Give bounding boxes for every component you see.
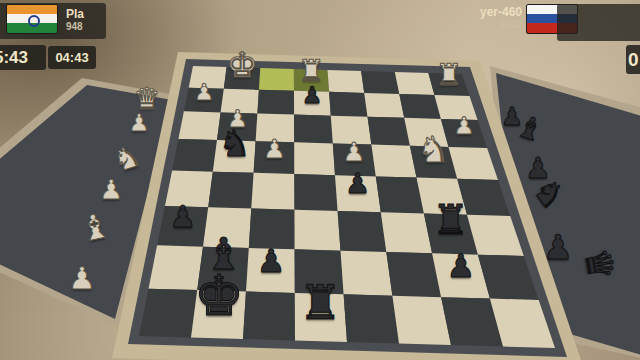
piece-white-pawn-a3[interactable]: ♟ (453, 114, 475, 138)
square-h8[interactable] (139, 289, 197, 338)
square-e6[interactable] (295, 210, 341, 251)
square-f5[interactable] (251, 173, 294, 210)
captured-black-queen[interactable]: ♛ (578, 245, 619, 283)
piece-white-rook-a1[interactable]: ♜ (435, 59, 462, 89)
square-g5[interactable] (208, 172, 253, 209)
square-d1[interactable] (328, 70, 365, 93)
piece-black-pawn-f7[interactable]: ♟ (257, 244, 286, 276)
square-e3[interactable] (294, 115, 333, 144)
square-b1[interactable] (395, 72, 435, 95)
left-player-name: yer-460 (480, 5, 522, 19)
right-player-name: Pla (66, 7, 84, 21)
piece-black-pawn-e2[interactable]: ♟ (302, 84, 323, 107)
game-screen: ♚♜♜♞♟♟♟♟♟♚♜♜♝♞♟♟♟♟♟♛♟♞♟♝♟♟♝♟♞♟♛ yer-460 … (0, 0, 640, 360)
square-d2[interactable] (329, 92, 367, 117)
piece-black-king-g8[interactable]: ♚ (194, 268, 244, 324)
square-d8[interactable] (344, 294, 399, 343)
piece-white-rook-e1[interactable]: ♜ (298, 55, 325, 85)
square-c3[interactable] (368, 117, 410, 146)
square-b2[interactable] (399, 94, 441, 119)
left-player-rating: 1032 (500, 19, 522, 30)
piece-white-pawn-h2[interactable]: ♟ (194, 81, 215, 104)
square-c5[interactable] (376, 176, 424, 213)
piece-black-pawn-h6[interactable]: ♟ (170, 202, 197, 232)
square-d6[interactable] (338, 211, 387, 252)
piece-black-rook-e8[interactable]: ♜ (299, 278, 342, 326)
right-player-rating: 948 (66, 21, 83, 32)
square-e4[interactable] (294, 142, 335, 175)
square-e5[interactable] (294, 174, 337, 211)
chakra-icon (28, 15, 40, 27)
piece-black-pawn-d5[interactable]: ♟ (345, 171, 370, 199)
right-player-plate (557, 4, 640, 41)
square-h4[interactable] (172, 139, 217, 172)
piece-black-knight-g4[interactable]: ♞ (218, 126, 250, 162)
square-f8[interactable] (243, 292, 295, 341)
square-c8[interactable] (392, 296, 451, 345)
square-h3[interactable] (178, 111, 220, 140)
square-c7[interactable] (386, 252, 441, 297)
right-clock: 0 (626, 45, 640, 74)
left-clock-primary: 5:43 (0, 45, 46, 70)
piece-white-pawn-d4[interactable]: ♟ (342, 139, 365, 165)
square-c1[interactable] (361, 71, 399, 94)
square-c6[interactable] (381, 212, 432, 253)
square-f2[interactable] (257, 90, 294, 115)
square-c4[interactable] (371, 145, 416, 178)
piece-black-pawn-b7[interactable]: ♟ (446, 250, 475, 282)
square-f1[interactable] (259, 68, 294, 91)
left-clock-secondary: 04:43 (48, 46, 96, 69)
captured-black-pawn[interactable]: ♟ (543, 230, 573, 264)
piece-white-knight-b4[interactable]: ♞ (417, 132, 449, 168)
captured-white-pawn[interactable]: ♟ (68, 263, 96, 294)
piece-white-king-g1[interactable]: ♚ (227, 49, 258, 84)
square-c2[interactable] (364, 93, 404, 118)
piece-black-rook-b6[interactable]: ♜ (432, 200, 469, 241)
captured-white-pawn[interactable]: ♟ (99, 176, 123, 203)
india-flag-icon (6, 4, 58, 34)
square-d7[interactable] (341, 251, 393, 296)
piece-white-pawn-f4[interactable]: ♟ (263, 136, 286, 162)
captured-white-pawn[interactable]: ♟ (128, 111, 150, 135)
